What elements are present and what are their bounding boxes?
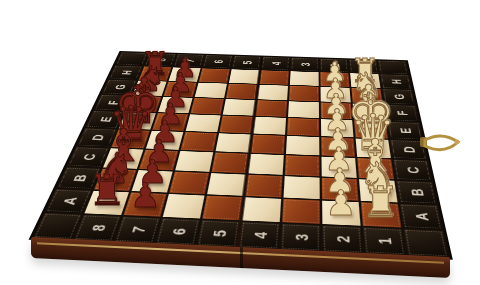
piece-white-pawn-a2[interactable]: ♟ (325, 186, 356, 221)
square-h5[interactable] (228, 69, 260, 84)
rank-label-top-3: 3 (291, 58, 319, 72)
rank-label-top-4: 4 (261, 57, 290, 71)
square-f5[interactable] (222, 99, 257, 117)
frame-cell: 2 (321, 225, 364, 254)
square-d4[interactable] (250, 134, 286, 155)
square-a6[interactable] (161, 193, 205, 219)
square-b6[interactable] (168, 171, 210, 195)
frame-cell: 3 (279, 223, 321, 252)
photo-scene: 87654321HHGGFFEEDDCCBBAA87654321 ♜♞♝♛♚♝♞… (0, 0, 480, 285)
square-a5[interactable] (201, 195, 244, 221)
square-f3[interactable] (287, 101, 320, 119)
frame-cell: 4 (260, 56, 290, 70)
frame-cell: A (44, 188, 93, 214)
square-h6[interactable] (198, 68, 231, 83)
piece-white-rook-a1[interactable]: ♜ (361, 181, 400, 224)
square-b4[interactable] (244, 174, 284, 198)
rank-label-bottom-4: 4 (239, 222, 280, 249)
square-d5[interactable] (214, 133, 252, 153)
square-c5[interactable] (210, 152, 249, 174)
frame-cell: 3 (290, 57, 320, 72)
file-label-right-B: B (397, 181, 437, 204)
square-g4[interactable] (256, 84, 289, 101)
square-f6[interactable] (189, 97, 225, 115)
square-b5[interactable] (206, 172, 247, 196)
frame-cell: A (399, 203, 444, 230)
square-c6[interactable] (174, 150, 214, 172)
square-g5[interactable] (225, 83, 258, 99)
rank-label-bottom-5: 5 (197, 220, 239, 247)
rank-label-bottom-3: 3 (281, 224, 321, 251)
frame-cell: 6 (154, 218, 201, 246)
square-d6[interactable] (179, 131, 218, 151)
square-g3[interactable] (288, 85, 320, 102)
piece-red-pawn-a7[interactable]: ♟ (130, 178, 161, 212)
frame-cell: 6 (202, 55, 234, 69)
rank-label-top-5: 5 (232, 56, 261, 70)
square-d3[interactable] (285, 135, 321, 156)
frame-cell: B (395, 180, 438, 205)
rank-label-bottom-6: 6 (156, 218, 200, 245)
square-h3[interactable] (289, 71, 320, 87)
box-fold-seam (240, 247, 243, 268)
square-c4[interactable] (247, 153, 285, 175)
frame-cell: 5 (231, 55, 262, 69)
square-h4[interactable] (258, 70, 289, 85)
rank-label-bottom-7: 7 (115, 217, 160, 244)
frame-cell: 4 (237, 221, 281, 250)
rank-label-bottom-2: 2 (322, 226, 362, 253)
square-g6[interactable] (194, 82, 228, 98)
square-c3[interactable] (284, 155, 321, 177)
square-e5[interactable] (218, 115, 254, 134)
square-e3[interactable] (286, 117, 320, 136)
brass-latch-icon (420, 127, 462, 161)
square-e6[interactable] (185, 114, 222, 133)
rank-label-top-6: 6 (203, 55, 233, 68)
square-f4[interactable] (254, 100, 288, 118)
file-label-right-A: A (400, 204, 442, 229)
frame-cell: 5 (196, 219, 241, 248)
square-b3[interactable] (282, 175, 321, 199)
square-e4[interactable] (252, 116, 287, 135)
piece-red-rook-a8[interactable]: ♜ (88, 170, 126, 212)
square-a4[interactable] (241, 197, 283, 223)
rank-label-bottom-1: 1 (363, 227, 405, 255)
frame-corner (403, 228, 450, 258)
square-a3[interactable] (281, 198, 321, 225)
frame-cell: 1 (362, 227, 407, 256)
